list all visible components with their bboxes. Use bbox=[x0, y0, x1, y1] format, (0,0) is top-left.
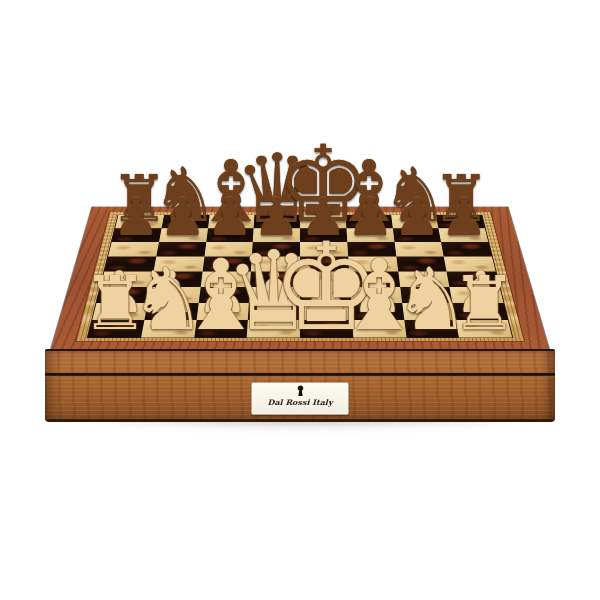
box-lid-seam bbox=[45, 373, 555, 377]
piece-black-pawn-a7[interactable]: ♟ bbox=[113, 191, 160, 243]
piece-black-pawn-h7[interactable]: ♟ bbox=[441, 191, 488, 243]
keyhole-icon bbox=[296, 385, 305, 397]
box-front: Dal Rossi Italy bbox=[45, 349, 555, 422]
brand-text: Dal Rossi Italy bbox=[267, 397, 332, 407]
product-photo: Dal Rossi Italy ♜♞♝♛♚♝♞♜♟♟♟♟♟♟♟♟♟♟♟♟♟♟♟♟… bbox=[0, 0, 600, 600]
brand-label: Dal Rossi Italy bbox=[251, 382, 349, 415]
piece-white-rook-h1[interactable]: ♜ bbox=[451, 267, 518, 341]
piece-black-pawn-b7[interactable]: ♟ bbox=[160, 191, 207, 243]
piece-black-pawn-g7[interactable]: ♟ bbox=[394, 191, 441, 243]
